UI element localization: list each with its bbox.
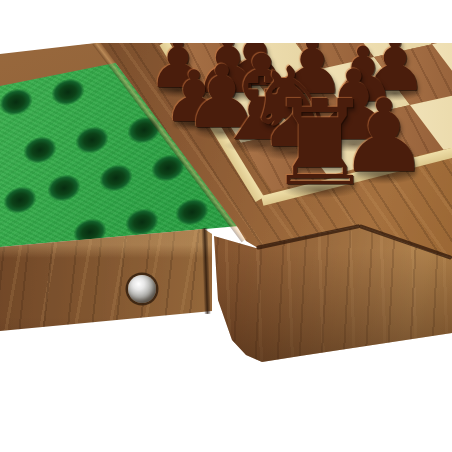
- pieces-layer: ♟♟♟♟♟♟♟♟♝♟♞♟♜: [0, 0, 452, 452]
- product-photo-scene: ♟♟♟♟♟♟♟♟♝♟♞♟♜: [0, 0, 452, 452]
- photo-crop-top: [0, 0, 452, 43]
- chess-piece-rook: ♜: [220, 92, 420, 192]
